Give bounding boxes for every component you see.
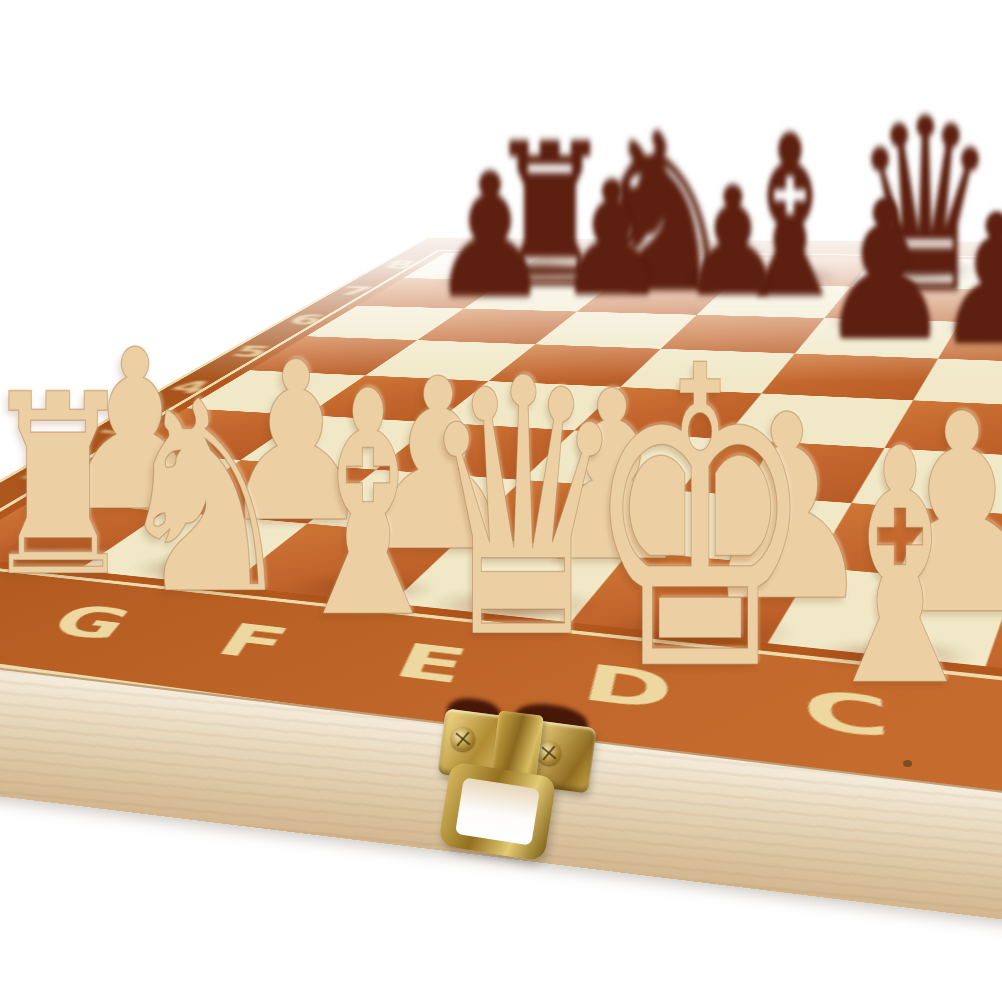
pieces-layer: ♜♛♞♝♟♟♟♟♟♟♟♟♟♜♞♟♝♟♛♚♝ — [0, 0, 1002, 1002]
black-pawn-c7[interactable]: ♟ — [934, 191, 1002, 371]
black-pawn-d7[interactable]: ♟ — [818, 176, 952, 368]
white-knight-g1[interactable]: ♞ — [110, 367, 299, 631]
white-bishop-c1[interactable]: ♝ — [810, 407, 991, 732]
black-pawn-g7[interactable]: ♟ — [430, 151, 550, 323]
white-king-d1[interactable]: ♚ — [585, 313, 816, 728]
scene: HGFEDCBA12345678 ♜♛♞♝♟♟♟♟♟♟♟♟♟♜♞♟♝♟♛♚♝ — [0, 0, 1002, 1002]
